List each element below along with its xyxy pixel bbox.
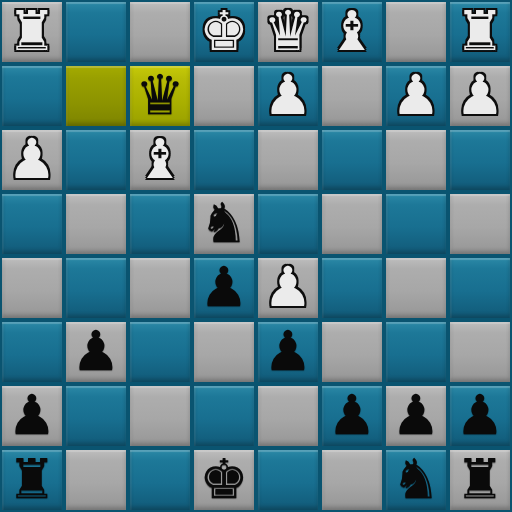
square-face-b1 [386, 2, 446, 62]
square-face-g8 [66, 450, 126, 510]
square-face-g5 [66, 258, 126, 318]
square-f3[interactable]: ♝ [128, 128, 192, 192]
square-face-e8: ♚ [194, 450, 254, 510]
black-king-icon[interactable]: ♚ [199, 449, 248, 509]
square-g8[interactable] [64, 448, 128, 512]
square-face-b7: ♟ [386, 386, 446, 446]
white-pawn-icon[interactable]: ♟ [455, 65, 504, 125]
square-face-h8: ♜ [2, 450, 62, 510]
square-c4[interactable] [320, 192, 384, 256]
black-rook-icon[interactable]: ♜ [7, 449, 56, 509]
square-face-e4: ♞ [194, 194, 254, 254]
square-face-a7: ♟ [450, 386, 510, 446]
square-d7[interactable] [256, 384, 320, 448]
square-face-d3 [258, 130, 318, 190]
square-g1[interactable] [64, 0, 128, 64]
square-face-f8 [130, 450, 190, 510]
square-face-g2 [66, 66, 126, 126]
square-face-a8: ♜ [450, 450, 510, 510]
square-f5[interactable] [128, 256, 192, 320]
white-pawn-icon[interactable]: ♟ [263, 65, 312, 125]
square-e8[interactable]: ♚ [192, 448, 256, 512]
square-h6[interactable] [0, 320, 64, 384]
square-c8[interactable] [320, 448, 384, 512]
black-pawn-icon[interactable]: ♟ [455, 385, 504, 445]
black-pawn-icon[interactable]: ♟ [7, 385, 56, 445]
square-face-h7: ♟ [2, 386, 62, 446]
black-pawn-icon[interactable]: ♟ [391, 385, 440, 445]
square-e3[interactable] [192, 128, 256, 192]
square-face-b5 [386, 258, 446, 318]
square-face-a2: ♟ [450, 66, 510, 126]
white-bishop-icon[interactable]: ♝ [327, 1, 376, 61]
white-king-icon[interactable]: ♚ [199, 1, 248, 61]
square-face-d4 [258, 194, 318, 254]
square-face-b2: ♟ [386, 66, 446, 126]
square-face-d6: ♟ [258, 322, 318, 382]
square-face-c8 [322, 450, 382, 510]
square-g4[interactable] [64, 192, 128, 256]
square-a4[interactable] [448, 192, 512, 256]
square-f7[interactable] [128, 384, 192, 448]
square-face-c6 [322, 322, 382, 382]
square-face-c1: ♝ [322, 2, 382, 62]
white-pawn-icon[interactable]: ♟ [263, 257, 312, 317]
square-face-a5 [450, 258, 510, 318]
square-face-d8 [258, 450, 318, 510]
square-g7[interactable] [64, 384, 128, 448]
square-face-g1 [66, 2, 126, 62]
square-c3[interactable] [320, 128, 384, 192]
square-face-f5 [130, 258, 190, 318]
square-face-e2 [194, 66, 254, 126]
square-h3[interactable]: ♟ [0, 128, 64, 192]
square-face-e5: ♟ [194, 258, 254, 318]
square-face-b6 [386, 322, 446, 382]
chess-board: ♜♚♛♝♜♛♟♟♟♟♝♞♟♟♟♟♟♟♟♟♜♚♞♜ [0, 0, 512, 512]
square-face-f7 [130, 386, 190, 446]
square-f8[interactable] [128, 448, 192, 512]
square-f4[interactable] [128, 192, 192, 256]
square-face-c4 [322, 194, 382, 254]
square-a5[interactable] [448, 256, 512, 320]
square-e2[interactable] [192, 64, 256, 128]
white-pawn-icon[interactable]: ♟ [7, 129, 56, 189]
square-d3[interactable] [256, 128, 320, 192]
square-h2[interactable] [0, 64, 64, 128]
square-d2[interactable]: ♟ [256, 64, 320, 128]
square-face-d2: ♟ [258, 66, 318, 126]
square-g2[interactable] [64, 64, 128, 128]
square-face-h1: ♜ [2, 2, 62, 62]
square-e1[interactable]: ♚ [192, 0, 256, 64]
square-face-g6: ♟ [66, 322, 126, 382]
black-knight-icon[interactable]: ♞ [391, 449, 440, 509]
square-h8[interactable]: ♜ [0, 448, 64, 512]
square-a7[interactable]: ♟ [448, 384, 512, 448]
square-face-b8: ♞ [386, 450, 446, 510]
square-face-f3: ♝ [130, 130, 190, 190]
square-b6[interactable] [384, 320, 448, 384]
square-face-a1: ♜ [450, 2, 510, 62]
square-face-d5: ♟ [258, 258, 318, 318]
square-b1[interactable] [384, 0, 448, 64]
square-c6[interactable] [320, 320, 384, 384]
square-b7[interactable]: ♟ [384, 384, 448, 448]
square-face-a6 [450, 322, 510, 382]
square-c2[interactable] [320, 64, 384, 128]
square-d5[interactable]: ♟ [256, 256, 320, 320]
black-pawn-icon[interactable]: ♟ [199, 257, 248, 317]
square-face-e6 [194, 322, 254, 382]
square-face-g3 [66, 130, 126, 190]
square-face-g4 [66, 194, 126, 254]
square-face-f4 [130, 194, 190, 254]
square-d6[interactable]: ♟ [256, 320, 320, 384]
square-face-h3: ♟ [2, 130, 62, 190]
square-c7[interactable]: ♟ [320, 384, 384, 448]
square-face-h6 [2, 322, 62, 382]
square-b3[interactable] [384, 128, 448, 192]
square-b8[interactable]: ♞ [384, 448, 448, 512]
square-d1[interactable]: ♛ [256, 0, 320, 64]
square-b2[interactable]: ♟ [384, 64, 448, 128]
square-h5[interactable] [0, 256, 64, 320]
square-face-c7: ♟ [322, 386, 382, 446]
square-face-c3 [322, 130, 382, 190]
black-pawn-icon[interactable]: ♟ [71, 321, 120, 381]
square-face-e7 [194, 386, 254, 446]
square-a1[interactable]: ♜ [448, 0, 512, 64]
square-d8[interactable] [256, 448, 320, 512]
square-face-e3 [194, 130, 254, 190]
square-f2[interactable]: ♛ [128, 64, 192, 128]
square-c5[interactable] [320, 256, 384, 320]
white-queen-icon[interactable]: ♛ [263, 1, 312, 61]
black-queen-icon[interactable]: ♛ [135, 65, 184, 125]
black-pawn-icon[interactable]: ♟ [327, 385, 376, 445]
square-e5[interactable]: ♟ [192, 256, 256, 320]
white-rook-icon[interactable]: ♜ [455, 1, 504, 61]
square-face-b3 [386, 130, 446, 190]
square-a8[interactable]: ♜ [448, 448, 512, 512]
square-e4[interactable]: ♞ [192, 192, 256, 256]
white-bishop-icon[interactable]: ♝ [135, 129, 184, 189]
square-face-h5 [2, 258, 62, 318]
square-face-d7 [258, 386, 318, 446]
square-a3[interactable] [448, 128, 512, 192]
square-face-f2: ♛ [130, 66, 190, 126]
square-face-a4 [450, 194, 510, 254]
square-face-d1: ♛ [258, 2, 318, 62]
square-g3[interactable] [64, 128, 128, 192]
square-face-h4 [2, 194, 62, 254]
white-pawn-icon[interactable]: ♟ [391, 65, 440, 125]
square-a6[interactable] [448, 320, 512, 384]
square-face-c2 [322, 66, 382, 126]
square-g5[interactable] [64, 256, 128, 320]
square-c1[interactable]: ♝ [320, 0, 384, 64]
square-f6[interactable] [128, 320, 192, 384]
square-a2[interactable]: ♟ [448, 64, 512, 128]
square-h7[interactable]: ♟ [0, 384, 64, 448]
square-h1[interactable]: ♜ [0, 0, 64, 64]
square-e7[interactable] [192, 384, 256, 448]
square-f1[interactable] [128, 0, 192, 64]
black-knight-icon[interactable]: ♞ [199, 193, 248, 253]
square-d4[interactable] [256, 192, 320, 256]
square-face-a3 [450, 130, 510, 190]
square-face-g7 [66, 386, 126, 446]
black-rook-icon[interactable]: ♜ [455, 449, 504, 509]
square-face-f6 [130, 322, 190, 382]
square-face-h2 [2, 66, 62, 126]
square-face-c5 [322, 258, 382, 318]
square-b4[interactable] [384, 192, 448, 256]
square-face-b4 [386, 194, 446, 254]
square-face-f1 [130, 2, 190, 62]
white-rook-icon[interactable]: ♜ [7, 1, 56, 61]
square-e6[interactable] [192, 320, 256, 384]
square-b5[interactable] [384, 256, 448, 320]
square-g6[interactable]: ♟ [64, 320, 128, 384]
square-face-e1: ♚ [194, 2, 254, 62]
square-h4[interactable] [0, 192, 64, 256]
black-pawn-icon[interactable]: ♟ [263, 321, 312, 381]
